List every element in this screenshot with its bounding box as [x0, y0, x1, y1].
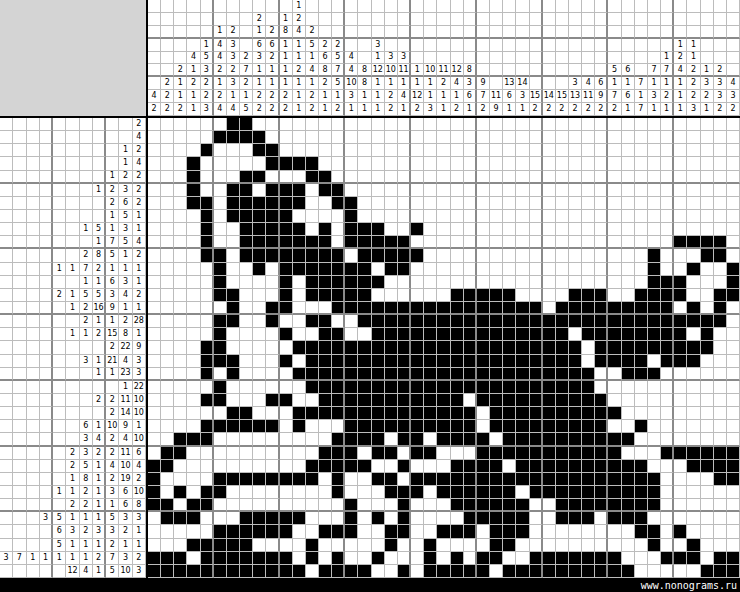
grid-cell[interactable]	[345, 328, 358, 341]
grid-cell[interactable]	[214, 171, 227, 184]
grid-cell[interactable]	[424, 131, 437, 144]
grid-cell[interactable]	[490, 184, 503, 197]
grid-cell[interactable]	[240, 486, 253, 499]
grid-cell[interactable]	[201, 460, 214, 473]
grid-cell[interactable]	[687, 341, 700, 354]
grid-cell[interactable]	[319, 525, 332, 538]
grid-cell[interactable]	[240, 539, 253, 552]
grid-cell[interactable]	[543, 355, 556, 368]
grid-cell[interactable]	[253, 407, 266, 420]
grid-cell[interactable]	[227, 539, 240, 552]
grid-cell[interactable]	[358, 131, 371, 144]
grid-cell[interactable]	[608, 263, 621, 276]
grid-cell[interactable]	[161, 157, 174, 170]
grid-cell[interactable]	[530, 184, 543, 197]
grid-cell[interactable]	[503, 276, 516, 289]
grid-cell[interactable]	[503, 525, 516, 538]
grid-cell[interactable]	[569, 420, 582, 433]
grid-cell[interactable]	[727, 407, 740, 420]
grid-cell[interactable]	[437, 118, 450, 131]
grid-cell[interactable]	[201, 249, 214, 262]
grid-cell[interactable]	[424, 171, 437, 184]
grid-cell[interactable]	[319, 499, 332, 512]
grid-cell[interactable]	[622, 315, 635, 328]
grid-cell[interactable]	[187, 184, 200, 197]
grid-cell[interactable]	[227, 460, 240, 473]
grid-cell[interactable]	[714, 420, 727, 433]
grid-cell[interactable]	[451, 525, 464, 538]
grid-cell[interactable]	[227, 236, 240, 249]
grid-cell[interactable]	[411, 368, 424, 381]
grid-cell[interactable]	[503, 289, 516, 302]
grid-cell[interactable]	[161, 289, 174, 302]
grid-cell[interactable]	[608, 368, 621, 381]
grid-cell[interactable]	[477, 473, 490, 486]
grid-cell[interactable]	[332, 525, 345, 538]
grid-cell[interactable]	[543, 144, 556, 157]
grid-cell[interactable]	[306, 381, 319, 394]
grid-cell[interactable]	[635, 447, 648, 460]
grid-cell[interactable]	[464, 289, 477, 302]
grid-cell[interactable]	[266, 157, 279, 170]
grid-cell[interactable]	[345, 525, 358, 538]
grid-cell[interactable]	[714, 289, 727, 302]
grid-cell[interactable]	[214, 381, 227, 394]
grid-cell[interactable]	[635, 144, 648, 157]
grid-cell[interactable]	[516, 539, 529, 552]
grid-cell[interactable]	[674, 486, 687, 499]
grid-cell[interactable]	[227, 289, 240, 302]
grid-cell[interactable]	[358, 341, 371, 354]
grid-cell[interactable]	[701, 525, 714, 538]
grid-cell[interactable]	[530, 473, 543, 486]
grid-cell[interactable]	[240, 552, 253, 565]
grid-cell[interactable]	[608, 276, 621, 289]
grid-cell[interactable]	[253, 210, 266, 223]
grid-cell[interactable]	[451, 512, 464, 525]
grid-cell[interactable]	[503, 210, 516, 223]
grid-cell[interactable]	[543, 447, 556, 460]
grid-cell[interactable]	[595, 433, 608, 446]
grid-cell[interactable]	[266, 381, 279, 394]
grid-cell[interactable]	[424, 236, 437, 249]
grid-cell[interactable]	[319, 171, 332, 184]
grid-cell[interactable]	[727, 171, 740, 184]
grid-cell[interactable]	[608, 315, 621, 328]
grid-cell[interactable]	[516, 552, 529, 565]
grid-cell[interactable]	[293, 407, 306, 420]
grid-cell[interactable]	[280, 289, 293, 302]
grid-cell[interactable]	[582, 328, 595, 341]
grid-cell[interactable]	[701, 157, 714, 170]
grid-cell[interactable]	[701, 302, 714, 315]
grid-cell[interactable]	[661, 341, 674, 354]
grid-cell[interactable]	[516, 315, 529, 328]
grid-cell[interactable]	[582, 433, 595, 446]
grid-cell[interactable]	[661, 420, 674, 433]
grid-cell[interactable]	[253, 223, 266, 236]
grid-cell[interactable]	[332, 263, 345, 276]
grid-cell[interactable]	[727, 276, 740, 289]
grid-cell[interactable]	[569, 460, 582, 473]
grid-cell[interactable]	[174, 315, 187, 328]
grid-cell[interactable]	[477, 289, 490, 302]
grid-cell[interactable]	[648, 118, 661, 131]
grid-cell[interactable]	[398, 499, 411, 512]
grid-cell[interactable]	[385, 460, 398, 473]
grid-cell[interactable]	[490, 328, 503, 341]
grid-cell[interactable]	[266, 420, 279, 433]
grid-cell[interactable]	[648, 539, 661, 552]
grid-cell[interactable]	[687, 263, 700, 276]
grid-cell[interactable]	[582, 486, 595, 499]
grid-cell[interactable]	[358, 302, 371, 315]
grid-cell[interactable]	[451, 249, 464, 262]
grid-cell[interactable]	[464, 131, 477, 144]
grid-cell[interactable]	[306, 394, 319, 407]
grid-cell[interactable]	[187, 499, 200, 512]
grid-cell[interactable]	[608, 341, 621, 354]
grid-cell[interactable]	[148, 197, 161, 210]
grid-cell[interactable]	[411, 289, 424, 302]
grid-cell[interactable]	[293, 118, 306, 131]
grid-cell[interactable]	[293, 131, 306, 144]
grid-cell[interactable]	[148, 473, 161, 486]
grid-cell[interactable]	[516, 525, 529, 538]
grid-cell[interactable]	[714, 302, 727, 315]
grid-cell[interactable]	[714, 512, 727, 525]
grid-cell[interactable]	[608, 499, 621, 512]
grid-cell[interactable]	[464, 460, 477, 473]
grid-cell[interactable]	[556, 184, 569, 197]
grid-cell[interactable]	[543, 525, 556, 538]
grid-cell[interactable]	[648, 499, 661, 512]
grid-cell[interactable]	[201, 223, 214, 236]
grid-cell[interactable]	[293, 368, 306, 381]
grid-cell[interactable]	[714, 552, 727, 565]
grid-cell[interactable]	[648, 223, 661, 236]
grid-cell[interactable]	[608, 552, 621, 565]
grid-cell[interactable]	[516, 447, 529, 460]
grid-cell[interactable]	[661, 512, 674, 525]
grid-cell[interactable]	[622, 276, 635, 289]
grid-cell[interactable]	[214, 552, 227, 565]
grid-cell[interactable]	[280, 512, 293, 525]
grid-cell[interactable]	[253, 447, 266, 460]
grid-cell[interactable]	[622, 420, 635, 433]
grid-cell[interactable]	[372, 315, 385, 328]
grid-cell[interactable]	[266, 197, 279, 210]
grid-cell[interactable]	[437, 341, 450, 354]
grid-cell[interactable]	[635, 223, 648, 236]
grid-cell[interactable]	[424, 368, 437, 381]
grid-cell[interactable]	[648, 302, 661, 315]
grid-cell[interactable]	[437, 512, 450, 525]
grid-cell[interactable]	[503, 197, 516, 210]
grid-cell[interactable]	[687, 407, 700, 420]
grid-cell[interactable]	[214, 157, 227, 170]
grid-cell[interactable]	[608, 381, 621, 394]
grid-cell[interactable]	[595, 525, 608, 538]
grid-cell[interactable]	[358, 197, 371, 210]
grid-cell[interactable]	[622, 263, 635, 276]
grid-cell[interactable]	[214, 118, 227, 131]
grid-cell[interactable]	[411, 263, 424, 276]
grid-cell[interactable]	[543, 512, 556, 525]
grid-cell[interactable]	[582, 249, 595, 262]
grid-cell[interactable]	[727, 223, 740, 236]
grid-cell[interactable]	[266, 289, 279, 302]
grid-cell[interactable]	[372, 539, 385, 552]
grid-cell[interactable]	[569, 355, 582, 368]
grid-cell[interactable]	[148, 512, 161, 525]
grid-cell[interactable]	[253, 460, 266, 473]
grid-cell[interactable]	[477, 171, 490, 184]
grid-cell[interactable]	[345, 368, 358, 381]
grid-cell[interactable]	[608, 289, 621, 302]
grid-cell[interactable]	[266, 355, 279, 368]
grid-cell[interactable]	[727, 289, 740, 302]
grid-cell[interactable]	[543, 341, 556, 354]
grid-cell[interactable]	[464, 539, 477, 552]
grid-cell[interactable]	[187, 236, 200, 249]
grid-cell[interactable]	[385, 131, 398, 144]
grid-cell[interactable]	[714, 210, 727, 223]
grid-cell[interactable]	[622, 341, 635, 354]
grid-cell[interactable]	[543, 302, 556, 315]
grid-cell[interactable]	[345, 433, 358, 446]
grid-cell[interactable]	[503, 328, 516, 341]
grid-cell[interactable]	[595, 118, 608, 131]
grid-cell[interactable]	[595, 249, 608, 262]
grid-cell[interactable]	[530, 355, 543, 368]
grid-cell[interactable]	[424, 499, 437, 512]
grid-cell[interactable]	[161, 302, 174, 315]
grid-cell[interactable]	[266, 223, 279, 236]
grid-cell[interactable]	[174, 486, 187, 499]
grid-cell[interactable]	[516, 197, 529, 210]
grid-cell[interactable]	[358, 525, 371, 538]
grid-cell[interactable]	[556, 420, 569, 433]
grid-cell[interactable]	[464, 171, 477, 184]
grid-cell[interactable]	[240, 118, 253, 131]
grid-cell[interactable]	[582, 539, 595, 552]
grid-cell[interactable]	[293, 210, 306, 223]
grid-cell[interactable]	[161, 341, 174, 354]
grid-cell[interactable]	[701, 263, 714, 276]
grid-cell[interactable]	[477, 184, 490, 197]
grid-cell[interactable]	[714, 236, 727, 249]
grid-cell[interactable]	[240, 460, 253, 473]
grid-cell[interactable]	[661, 131, 674, 144]
grid-cell[interactable]	[411, 486, 424, 499]
grid-cell[interactable]	[687, 223, 700, 236]
grid-cell[interactable]	[727, 460, 740, 473]
grid-cell[interactable]	[385, 407, 398, 420]
grid-cell[interactable]	[661, 236, 674, 249]
grid-cell[interactable]	[437, 473, 450, 486]
grid-cell[interactable]	[477, 355, 490, 368]
grid-cell[interactable]	[214, 328, 227, 341]
grid-cell[interactable]	[569, 407, 582, 420]
grid-cell[interactable]	[372, 565, 385, 578]
grid-cell[interactable]	[714, 276, 727, 289]
grid-cell[interactable]	[201, 368, 214, 381]
grid-cell[interactable]	[516, 394, 529, 407]
grid-cell[interactable]	[451, 328, 464, 341]
grid-cell[interactable]	[411, 407, 424, 420]
grid-cell[interactable]	[582, 157, 595, 170]
grid-cell[interactable]	[674, 210, 687, 223]
grid-cell[interactable]	[332, 486, 345, 499]
grid-cell[interactable]	[293, 512, 306, 525]
grid-cell[interactable]	[227, 144, 240, 157]
grid-cell[interactable]	[622, 157, 635, 170]
grid-cell[interactable]	[543, 197, 556, 210]
grid-cell[interactable]	[332, 368, 345, 381]
grid-cell[interactable]	[358, 118, 371, 131]
grid-cell[interactable]	[714, 355, 727, 368]
grid-cell[interactable]	[727, 197, 740, 210]
grid-cell[interactable]	[266, 447, 279, 460]
grid-cell[interactable]	[161, 565, 174, 578]
grid-cell[interactable]	[148, 184, 161, 197]
grid-cell[interactable]	[240, 144, 253, 157]
grid-cell[interactable]	[543, 565, 556, 578]
grid-cell[interactable]	[201, 420, 214, 433]
grid-cell[interactable]	[648, 197, 661, 210]
grid-cell[interactable]	[385, 420, 398, 433]
grid-cell[interactable]	[266, 315, 279, 328]
grid-cell[interactable]	[411, 420, 424, 433]
grid-cell[interactable]	[569, 539, 582, 552]
grid-cell[interactable]	[240, 499, 253, 512]
grid-cell[interactable]	[490, 447, 503, 460]
grid-cell[interactable]	[701, 249, 714, 262]
grid-cell[interactable]	[543, 184, 556, 197]
grid-cell[interactable]	[253, 381, 266, 394]
grid-cell[interactable]	[280, 328, 293, 341]
grid-cell[interactable]	[687, 276, 700, 289]
grid-cell[interactable]	[227, 512, 240, 525]
grid-cell[interactable]	[227, 407, 240, 420]
grid-cell[interactable]	[582, 184, 595, 197]
grid-cell[interactable]	[582, 302, 595, 315]
grid-cell[interactable]	[701, 512, 714, 525]
grid-cell[interactable]	[635, 433, 648, 446]
grid-cell[interactable]	[319, 473, 332, 486]
grid-cell[interactable]	[161, 525, 174, 538]
grid-cell[interactable]	[477, 565, 490, 578]
grid-cell[interactable]	[372, 289, 385, 302]
grid-cell[interactable]	[477, 499, 490, 512]
grid-cell[interactable]	[714, 315, 727, 328]
grid-cell[interactable]	[332, 539, 345, 552]
grid-cell[interactable]	[648, 171, 661, 184]
grid-cell[interactable]	[674, 499, 687, 512]
grid-cell[interactable]	[174, 355, 187, 368]
grid-cell[interactable]	[687, 473, 700, 486]
grid-cell[interactable]	[332, 407, 345, 420]
grid-cell[interactable]	[622, 525, 635, 538]
grid-cell[interactable]	[187, 394, 200, 407]
grid-cell[interactable]	[280, 197, 293, 210]
grid-cell[interactable]	[582, 460, 595, 473]
grid-cell[interactable]	[687, 249, 700, 262]
grid-cell[interactable]	[490, 236, 503, 249]
grid-cell[interactable]	[398, 539, 411, 552]
grid-cell[interactable]	[319, 512, 332, 525]
grid-cell[interactable]	[411, 236, 424, 249]
grid-cell[interactable]	[187, 525, 200, 538]
grid-cell[interactable]	[556, 381, 569, 394]
grid-cell[interactable]	[424, 512, 437, 525]
grid-cell[interactable]	[398, 525, 411, 538]
grid-cell[interactable]	[240, 565, 253, 578]
grid-cell[interactable]	[214, 249, 227, 262]
grid-cell[interactable]	[437, 197, 450, 210]
grid-cell[interactable]	[503, 263, 516, 276]
grid-cell[interactable]	[556, 197, 569, 210]
grid-cell[interactable]	[635, 565, 648, 578]
grid-cell[interactable]	[358, 565, 371, 578]
grid-cell[interactable]	[358, 223, 371, 236]
grid-cell[interactable]	[358, 210, 371, 223]
grid-cell[interactable]	[161, 131, 174, 144]
grid-cell[interactable]	[201, 157, 214, 170]
grid-cell[interactable]	[543, 223, 556, 236]
grid-cell[interactable]	[608, 249, 621, 262]
grid-cell[interactable]	[385, 249, 398, 262]
grid-cell[interactable]	[714, 157, 727, 170]
grid-cell[interactable]	[635, 157, 648, 170]
grid-cell[interactable]	[490, 210, 503, 223]
grid-cell[interactable]	[451, 210, 464, 223]
grid-cell[interactable]	[477, 368, 490, 381]
grid-cell[interactable]	[306, 525, 319, 538]
grid-cell[interactable]	[503, 394, 516, 407]
grid-cell[interactable]	[201, 315, 214, 328]
grid-cell[interactable]	[214, 197, 227, 210]
grid-cell[interactable]	[332, 512, 345, 525]
grid-cell[interactable]	[332, 289, 345, 302]
grid-cell[interactable]	[398, 223, 411, 236]
grid-cell[interactable]	[661, 118, 674, 131]
grid-cell[interactable]	[227, 263, 240, 276]
grid-cell[interactable]	[582, 420, 595, 433]
grid-cell[interactable]	[214, 407, 227, 420]
grid-cell[interactable]	[253, 433, 266, 446]
grid-cell[interactable]	[319, 276, 332, 289]
grid-cell[interactable]	[727, 525, 740, 538]
grid-cell[interactable]	[727, 302, 740, 315]
grid-cell[interactable]	[385, 302, 398, 315]
grid-cell[interactable]	[214, 276, 227, 289]
grid-cell[interactable]	[358, 355, 371, 368]
grid-cell[interactable]	[319, 447, 332, 460]
grid-cell[interactable]	[253, 355, 266, 368]
grid-cell[interactable]	[148, 381, 161, 394]
grid-cell[interactable]	[424, 263, 437, 276]
grid-cell[interactable]	[701, 355, 714, 368]
grid-cell[interactable]	[437, 249, 450, 262]
grid-cell[interactable]	[661, 315, 674, 328]
grid-cell[interactable]	[516, 565, 529, 578]
grid-cell[interactable]	[424, 420, 437, 433]
grid-cell[interactable]	[240, 407, 253, 420]
grid-cell[interactable]	[701, 276, 714, 289]
grid-cell[interactable]	[201, 144, 214, 157]
